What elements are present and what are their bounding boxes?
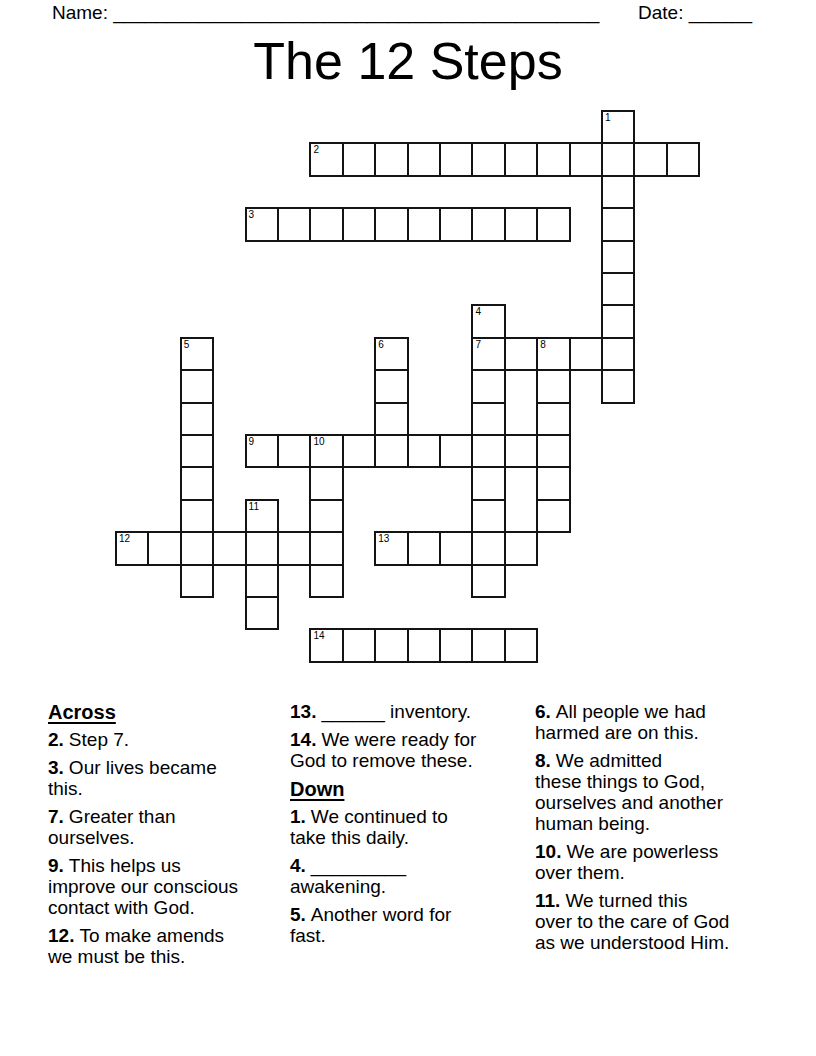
grid-cell[interactable]: 9 <box>245 434 279 468</box>
grid-cell[interactable]: 3 <box>245 207 279 241</box>
clue: 10.We are powerless over them. <box>535 841 776 883</box>
clue-number: 4 <box>475 306 481 317</box>
grid-cell[interactable] <box>374 142 408 176</box>
grid-cell[interactable] <box>633 142 667 176</box>
clue: 1.We continued to take this daily. <box>290 806 535 848</box>
clue-num: 13. <box>290 701 316 722</box>
grid-cell[interactable] <box>471 402 505 436</box>
grid-cell[interactable]: 5 <box>180 337 214 371</box>
clue-num: 4. <box>290 855 306 876</box>
clue-text: We were ready for God to remove these. <box>290 729 476 771</box>
clue-num: 7. <box>48 806 64 827</box>
page-title: The 12 Steps <box>0 30 816 92</box>
grid-cell[interactable] <box>374 628 408 662</box>
grid-cell[interactable] <box>504 531 538 565</box>
grid-cell[interactable] <box>536 207 570 241</box>
clue: 4._________ awakening. <box>290 855 535 897</box>
grid-cell[interactable] <box>536 434 570 468</box>
grid-cell[interactable] <box>504 207 538 241</box>
grid-cell[interactable] <box>180 531 214 565</box>
clue: 7.Greater than ourselves. <box>48 806 290 848</box>
grid-cell[interactable] <box>601 240 635 274</box>
clue-column: 13.______ inventory.14.We were ready for… <box>290 701 535 974</box>
grid-cell[interactable] <box>277 531 311 565</box>
clue-number: 3 <box>249 209 255 220</box>
clue-number: 1 <box>605 112 611 123</box>
grid-cell[interactable] <box>342 142 376 176</box>
clue-text: To make amends we must be this. <box>48 925 224 967</box>
grid-cell[interactable] <box>471 499 505 533</box>
clue-text: Step 7. <box>69 729 129 750</box>
grid-cell[interactable] <box>569 142 603 176</box>
clue-column: 6.All people we had harmed are on this.8… <box>535 701 776 974</box>
clue-number: 7 <box>475 339 481 350</box>
grid-cell[interactable] <box>407 628 441 662</box>
clue: 2.Step 7. <box>48 729 290 750</box>
clue-text: _________ awakening. <box>290 855 406 897</box>
grid-cell[interactable] <box>439 207 473 241</box>
grid-cell[interactable] <box>407 207 441 241</box>
clue-num: 2. <box>48 729 64 750</box>
grid-cell[interactable] <box>471 434 505 468</box>
grid-cell[interactable] <box>471 531 505 565</box>
clue: 6.All people we had harmed are on this. <box>535 701 776 743</box>
grid-cell[interactable]: 11 <box>245 499 279 533</box>
grid-cell[interactable]: 14 <box>309 628 343 662</box>
grid-cell[interactable] <box>471 628 505 662</box>
grid-cell[interactable] <box>471 564 505 598</box>
name-blank-line: ________________________________________… <box>113 2 599 23</box>
clue-column: Across2.Step 7.3.Our lives became this.7… <box>48 701 290 974</box>
grid-cell[interactable] <box>407 434 441 468</box>
grid-cell[interactable] <box>536 466 570 500</box>
clue-num: 8. <box>535 750 551 771</box>
clue-text: We turned this over to the care of God a… <box>535 890 729 953</box>
grid-cell[interactable] <box>601 175 635 209</box>
clue-number: 13 <box>378 533 389 544</box>
clue-text: Greater than ourselves. <box>48 806 176 848</box>
grid-cell[interactable] <box>601 369 635 403</box>
clue-num: 12. <box>48 925 74 946</box>
date-field: Date: ______ <box>638 2 752 24</box>
grid-cell[interactable] <box>180 369 214 403</box>
grid-cell[interactable]: 2 <box>309 142 343 176</box>
date-label: Date: <box>638 2 683 23</box>
grid-cell[interactable] <box>504 337 538 371</box>
grid-cell[interactable] <box>374 434 408 468</box>
clue-num: 1. <box>290 806 306 827</box>
clue-number: 8 <box>540 339 546 350</box>
clue: 14.We were ready for God to remove these… <box>290 729 535 771</box>
grid-cell[interactable] <box>471 369 505 403</box>
grid-cell[interactable] <box>309 531 343 565</box>
clue-number: 14 <box>313 630 324 641</box>
grid-cell[interactable] <box>147 531 181 565</box>
grid-cell[interactable] <box>180 402 214 436</box>
grid-cell[interactable]: 8 <box>536 337 570 371</box>
clue-num: 10. <box>535 841 561 862</box>
grid-cell[interactable]: 12 <box>115 531 149 565</box>
grid-cell[interactable] <box>309 207 343 241</box>
clue-number: 2 <box>313 144 319 155</box>
date-blank-line: ______ <box>689 2 752 23</box>
clue-number: 11 <box>249 501 259 512</box>
clue: 9.This helps us improve our conscious co… <box>48 855 290 918</box>
clue: 5.Another word for fast. <box>290 904 535 946</box>
grid-cell[interactable] <box>504 142 538 176</box>
grid-cell[interactable] <box>309 499 343 533</box>
clue: 13.______ inventory. <box>290 701 535 722</box>
clue-text: This helps us improve our conscious cont… <box>48 855 238 918</box>
clue-number: 9 <box>249 436 255 447</box>
grid-cell[interactable] <box>601 272 635 306</box>
grid-cell[interactable] <box>407 531 441 565</box>
clue-number: 10 <box>313 436 324 447</box>
clue-section-heading: Down <box>290 778 535 800</box>
grid-cell[interactable] <box>601 304 635 338</box>
grid-cell[interactable] <box>439 628 473 662</box>
grid-cell[interactable] <box>374 207 408 241</box>
grid-cell[interactable] <box>439 434 473 468</box>
grid-cell[interactable]: 4 <box>471 304 505 338</box>
clue: 12.To make amends we must be this. <box>48 925 290 967</box>
grid-cell[interactable] <box>601 207 635 241</box>
grid-cell[interactable] <box>536 499 570 533</box>
name-label: Name: <box>52 2 108 23</box>
grid-cell[interactable] <box>180 499 214 533</box>
clue: 11.We turned this over to the care of Go… <box>535 890 776 953</box>
clue-text: We are powerless over them. <box>535 841 718 883</box>
clue-num: 9. <box>48 855 64 876</box>
grid-cell[interactable] <box>309 466 343 500</box>
grid-cell[interactable] <box>569 337 603 371</box>
clue-text: ______ inventory. <box>321 701 471 722</box>
grid-cell[interactable] <box>601 142 635 176</box>
grid-cell[interactable] <box>245 564 279 598</box>
grid-cell[interactable] <box>471 142 505 176</box>
grid-cell[interactable] <box>180 434 214 468</box>
grid-cell[interactable]: 13 <box>374 531 408 565</box>
grid-cell[interactable]: 10 <box>309 434 343 468</box>
crossword-grid: 1234567891011121314 <box>115 110 701 664</box>
grid-cell[interactable] <box>212 531 246 565</box>
clue-list: Across2.Step 7.3.Our lives became this.7… <box>48 701 776 974</box>
grid-cell[interactable] <box>342 628 376 662</box>
clue-text: Another word for fast. <box>290 904 451 946</box>
grid-cell[interactable] <box>407 142 441 176</box>
clue-num: 3. <box>48 757 64 778</box>
grid-cell[interactable] <box>471 466 505 500</box>
grid-cell[interactable]: 7 <box>471 337 505 371</box>
grid-cell[interactable] <box>277 207 311 241</box>
clue-num: 5. <box>290 904 306 925</box>
grid-cell[interactable] <box>601 337 635 371</box>
grid-cell[interactable] <box>180 466 214 500</box>
grid-cell[interactable] <box>374 369 408 403</box>
grid-cell[interactable] <box>504 434 538 468</box>
grid-cell[interactable] <box>180 564 214 598</box>
grid-cell[interactable] <box>439 531 473 565</box>
clue-num: 14. <box>290 729 316 750</box>
grid-cell[interactable] <box>666 142 700 176</box>
clue-num: 11. <box>535 890 560 911</box>
grid-cell[interactable] <box>374 402 408 436</box>
clue-text: We admitted these things to God, ourselv… <box>535 750 723 834</box>
grid-cell[interactable] <box>471 207 505 241</box>
clue-number: 6 <box>378 339 384 350</box>
clue: 8.We admitted these things to God, ourse… <box>535 750 776 834</box>
grid-cell[interactable] <box>342 434 376 468</box>
grid-cell[interactable] <box>439 142 473 176</box>
clue-number: 5 <box>184 339 190 350</box>
name-field: Name: __________________________________… <box>52 2 599 24</box>
grid-cell[interactable] <box>277 434 311 468</box>
clue-text: Our lives became this. <box>48 757 217 799</box>
grid-cell[interactable] <box>536 402 570 436</box>
clue-text: All people we had harmed are on this. <box>535 701 706 743</box>
grid-cell[interactable] <box>342 207 376 241</box>
grid-cell[interactable] <box>536 369 570 403</box>
clue: 3.Our lives became this. <box>48 757 290 799</box>
grid-cell[interactable]: 1 <box>601 110 635 144</box>
clue-number: 12 <box>119 533 130 544</box>
grid-cell[interactable] <box>245 596 279 630</box>
grid-cell[interactable] <box>309 564 343 598</box>
clue-num: 6. <box>535 701 551 722</box>
grid-cell[interactable] <box>536 142 570 176</box>
grid-cell[interactable] <box>245 531 279 565</box>
clue-text: We continued to take this daily. <box>290 806 448 848</box>
clue-section-heading: Across <box>48 701 290 723</box>
grid-cell[interactable] <box>504 628 538 662</box>
grid-cell[interactable]: 6 <box>374 337 408 371</box>
